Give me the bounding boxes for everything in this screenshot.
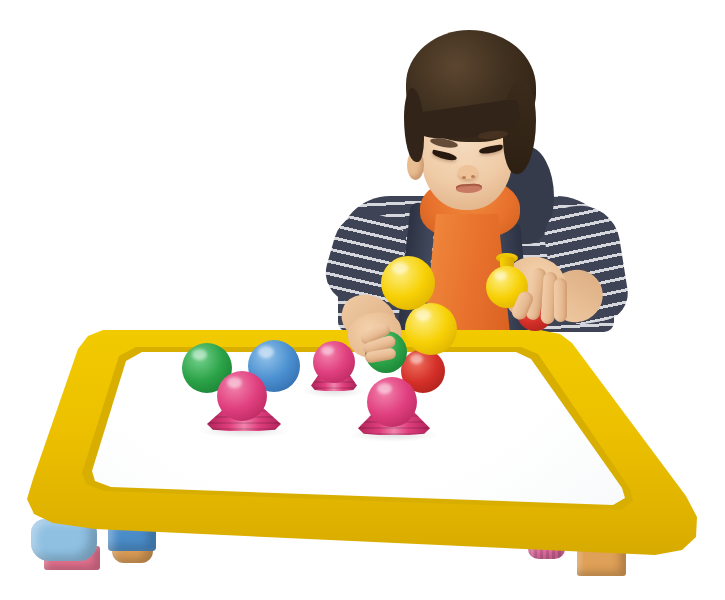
photo-stage — [0, 0, 725, 600]
child-fingers — [0, 0, 725, 600]
right-hand-finger — [554, 278, 567, 322]
